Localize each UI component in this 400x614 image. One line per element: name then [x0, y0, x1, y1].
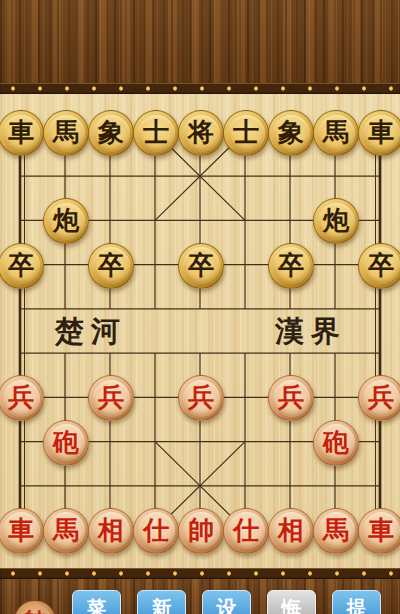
- bottom-rivet-strip: [0, 568, 400, 579]
- piece-label: 将: [188, 119, 214, 145]
- toolbar-button-1[interactable]: 菜: [72, 590, 121, 614]
- piece-label: 相: [278, 517, 304, 543]
- toolbar-button-5[interactable]: 提: [332, 590, 381, 614]
- piece-label: 象: [98, 119, 124, 145]
- piece-black-f4r0[interactable]: 将: [178, 110, 224, 156]
- piece-red-f7r9[interactable]: 馬: [313, 508, 359, 554]
- piece-label: 車: [8, 119, 34, 145]
- toolbar-button-2[interactable]: 新: [137, 590, 186, 614]
- piece-red-f2r6[interactable]: 兵: [88, 375, 134, 421]
- piece-black-f6r3[interactable]: 卒: [268, 243, 314, 289]
- piece-label: 卒: [8, 252, 34, 278]
- piece-label: 馬: [53, 517, 79, 543]
- piece-label: 兵: [278, 384, 304, 410]
- piece-black-f4r3[interactable]: 卒: [178, 243, 224, 289]
- piece-black-f6r0[interactable]: 象: [268, 110, 314, 156]
- piece-label: 帥: [188, 517, 214, 543]
- piece-label: 卒: [98, 252, 124, 278]
- xiangqi-board[interactable]: 楚河 漢界 車馬象士将士象馬車炮炮卒卒卒卒卒兵兵兵兵兵砲砲車馬相仕帥仕相馬車: [0, 94, 400, 568]
- piece-label: 車: [368, 517, 394, 543]
- captured-piece-label: 帥: [24, 606, 46, 614]
- top-rivet-strip: [0, 83, 400, 94]
- top-wood-frame: [0, 0, 400, 83]
- piece-label: 兵: [368, 384, 394, 410]
- piece-label: 士: [233, 119, 259, 145]
- piece-black-f0r3[interactable]: 卒: [0, 243, 44, 289]
- piece-red-f7r7[interactable]: 砲: [313, 420, 359, 466]
- river-label-right: 漢界: [256, 311, 366, 351]
- piece-red-f8r9[interactable]: 車: [358, 508, 400, 554]
- piece-red-f6r9[interactable]: 相: [268, 508, 314, 554]
- piece-label: 仕: [233, 517, 259, 543]
- piece-red-f3r9[interactable]: 仕: [133, 508, 179, 554]
- piece-label: 相: [98, 517, 124, 543]
- piece-label: 士: [143, 119, 169, 145]
- piece-red-f8r6[interactable]: 兵: [358, 375, 400, 421]
- piece-red-f2r9[interactable]: 相: [88, 508, 134, 554]
- piece-black-f7r0[interactable]: 馬: [313, 110, 359, 156]
- piece-label: 炮: [323, 207, 349, 233]
- piece-red-f4r6[interactable]: 兵: [178, 375, 224, 421]
- piece-black-f2r0[interactable]: 象: [88, 110, 134, 156]
- piece-label: 兵: [8, 384, 34, 410]
- piece-label: 卒: [188, 252, 214, 278]
- piece-label: 車: [368, 119, 394, 145]
- piece-label: 馬: [323, 119, 349, 145]
- piece-label: 馬: [323, 517, 349, 543]
- piece-red-f1r9[interactable]: 馬: [43, 508, 89, 554]
- toolbar-button-3[interactable]: 设: [202, 590, 251, 614]
- piece-label: 卒: [278, 252, 304, 278]
- piece-red-f6r6[interactable]: 兵: [268, 375, 314, 421]
- piece-red-f1r7[interactable]: 砲: [43, 420, 89, 466]
- piece-black-f0r0[interactable]: 車: [0, 110, 44, 156]
- piece-red-f0r9[interactable]: 車: [0, 508, 44, 554]
- toolbar-button-4[interactable]: 悔: [267, 590, 316, 614]
- piece-black-f2r3[interactable]: 卒: [88, 243, 134, 289]
- piece-label: 卒: [368, 252, 394, 278]
- piece-red-f4r9[interactable]: 帥: [178, 508, 224, 554]
- piece-label: 砲: [53, 429, 79, 455]
- piece-label: 兵: [188, 384, 214, 410]
- piece-label: 仕: [143, 517, 169, 543]
- xiangqi-app-screen: 楚河 漢界 車馬象士将士象馬車炮炮卒卒卒卒卒兵兵兵兵兵砲砲車馬相仕帥仕相馬車 帥…: [0, 0, 400, 614]
- piece-label: 象: [278, 119, 304, 145]
- piece-label: 兵: [98, 384, 124, 410]
- river-label-left: 楚河: [36, 311, 146, 351]
- piece-label: 砲: [323, 429, 349, 455]
- piece-black-f1r0[interactable]: 馬: [43, 110, 89, 156]
- piece-label: 車: [8, 517, 34, 543]
- piece-black-f5r0[interactable]: 士: [223, 110, 269, 156]
- piece-black-f8r3[interactable]: 卒: [358, 243, 400, 289]
- piece-label: 炮: [53, 207, 79, 233]
- piece-red-f5r9[interactable]: 仕: [223, 508, 269, 554]
- piece-black-f8r0[interactable]: 車: [358, 110, 400, 156]
- piece-label: 馬: [53, 119, 79, 145]
- piece-black-f3r0[interactable]: 士: [133, 110, 179, 156]
